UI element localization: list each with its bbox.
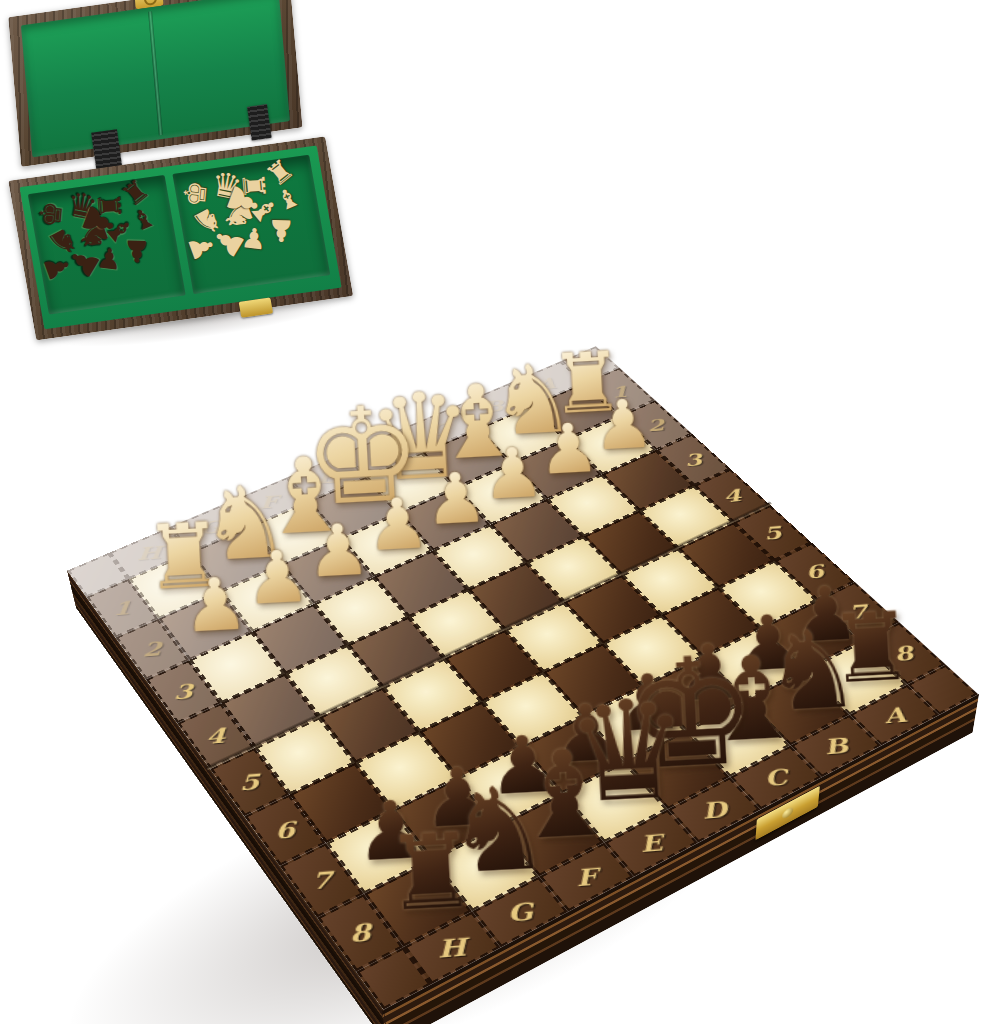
light-pawn-f2[interactable]: ♟ — [305, 513, 373, 588]
lid-felt-divider — [148, 11, 163, 135]
light-pawn-g2[interactable]: ♟ — [244, 540, 312, 615]
lid-felt-lining — [21, 0, 290, 157]
left-rank-label-6: 6 — [261, 801, 308, 859]
light-pawn-a2[interactable]: ♟ — [591, 389, 655, 460]
light-piled-pawn: ♟ — [240, 224, 268, 255]
dark-piled-pawn: ♟ — [123, 235, 150, 266]
light-pawn-d2[interactable]: ♟ — [423, 462, 489, 535]
box-lid[interactable] — [8, 0, 302, 167]
compartment-dark-pieces: ♚♛♜♜♞♞♝♝♟♟♟♟♟ — [28, 175, 186, 314]
storage-box: ♚♛♜♜♞♞♝♝♟♟♟♟♟ ♚♛♜♜♞♞♝♝♟♟♟♟♟ — [0, 0, 357, 359]
near-file-label-H: H — [414, 925, 491, 970]
light-pawn-b2[interactable]: ♟ — [537, 413, 602, 484]
near-file-label-G: G — [482, 889, 559, 933]
near-file-label-E: E — [613, 822, 690, 864]
light-pawn-h2[interactable]: ♟ — [181, 567, 250, 643]
product-photo: ♚♛♜♜♞♞♝♝♟♟♟♟♟ ♚♛♜♜♞♞♝♝♟♟♟♟♟ HGFEDCBA1♜♞♝… — [0, 0, 1008, 1024]
right-rank-label-3: 3 — [670, 438, 718, 480]
dark-rook-h8[interactable]: ♜ — [382, 818, 479, 925]
near-file-label-B: B — [798, 726, 875, 765]
dark-piled-pawn: ♟ — [95, 244, 123, 275]
right-rank-label-5: 5 — [747, 510, 798, 556]
near-file-label-F: F — [548, 855, 625, 898]
near-file-label-A: A — [856, 696, 933, 734]
base-felt-lining: ♚♛♜♜♞♞♝♝♟♟♟♟♟ ♚♛♜♜♞♞♝♝♟♟♟♟♟ — [20, 146, 342, 330]
light-pawn-e2[interactable]: ♟ — [365, 487, 432, 561]
compartment-light-pieces: ♚♛♜♜♞♞♝♝♟♟♟♟♟ — [172, 155, 330, 294]
light-pawn-c2[interactable]: ♟ — [480, 437, 545, 509]
light-piled-pawn: ♟ — [268, 215, 295, 246]
left-rank-label-3: 3 — [160, 666, 206, 718]
